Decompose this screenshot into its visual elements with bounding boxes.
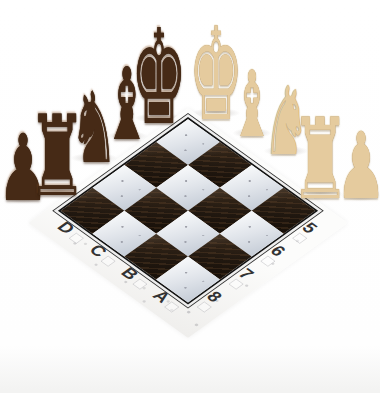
white-pawn-piece[interactable]: ♟ (335, 121, 380, 213)
ghost-square (132, 278, 148, 289)
black-king-piece[interactable]: ♚ (131, 12, 187, 143)
ghost-square (100, 255, 116, 266)
ghost-square (164, 301, 180, 312)
ghost-square (68, 232, 84, 243)
product-photo-scene: DCBA 5678 ♟♜♞♝♚♚♝♞♜♟ (0, 0, 380, 393)
